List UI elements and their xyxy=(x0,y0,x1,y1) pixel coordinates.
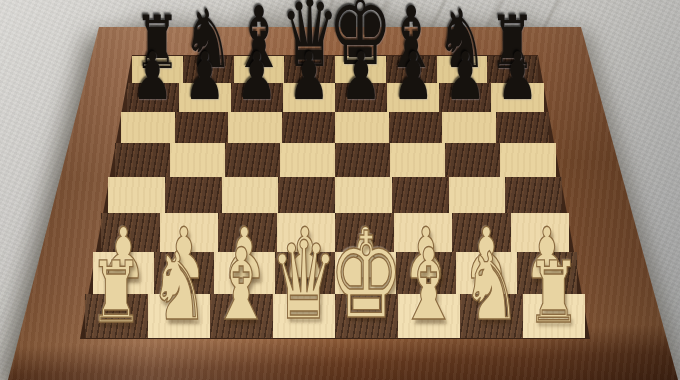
square-d7[interactable]: ♟ xyxy=(283,83,335,112)
rank-1: ♜♞♝♛♚♝♞♜ xyxy=(85,294,585,338)
piece-black-pawn[interactable]: ♟ xyxy=(392,43,434,109)
square-b6[interactable] xyxy=(175,112,229,143)
square-b1[interactable]: ♞ xyxy=(148,294,211,338)
square-c4[interactable] xyxy=(222,177,279,213)
piece-white-knight[interactable]: ♞ xyxy=(149,241,208,335)
square-e5[interactable] xyxy=(335,143,390,177)
square-b7[interactable]: ♟ xyxy=(179,83,231,112)
square-e7[interactable]: ♟ xyxy=(335,83,387,112)
piece-white-bishop[interactable]: ♝ xyxy=(210,236,273,335)
board-frame-wrap: ♜♞♝♛♚♝♞♜♟♟♟♟♟♟♟♟♟♟♟♟♟♟♟♟♜♞♝♛♚♝♞♜ xyxy=(0,0,680,380)
square-d5[interactable] xyxy=(280,143,335,177)
chess-board: ♜♞♝♛♚♝♞♜♟♟♟♟♟♟♟♟♟♟♟♟♟♟♟♟♜♞♝♛♚♝♞♜ xyxy=(82,56,588,338)
square-f5[interactable] xyxy=(390,143,445,177)
square-g5[interactable] xyxy=(445,143,500,177)
square-h6[interactable] xyxy=(496,112,550,143)
square-h7[interactable]: ♟ xyxy=(491,83,543,112)
piece-white-rook[interactable]: ♜ xyxy=(527,250,581,335)
square-a4[interactable] xyxy=(108,177,165,213)
piece-black-pawn[interactable]: ♟ xyxy=(340,43,382,109)
square-a5[interactable] xyxy=(115,143,170,177)
square-d6[interactable] xyxy=(282,112,336,143)
piece-black-pawn[interactable]: ♟ xyxy=(236,43,278,109)
square-a1[interactable]: ♜ xyxy=(85,294,148,338)
square-g1[interactable]: ♞ xyxy=(460,294,523,338)
square-b4[interactable] xyxy=(165,177,222,213)
square-d4[interactable] xyxy=(278,177,335,213)
piece-white-queen[interactable]: ♛ xyxy=(270,227,338,335)
piece-white-knight[interactable]: ♞ xyxy=(462,241,521,335)
square-a6[interactable] xyxy=(121,112,175,143)
square-b5[interactable] xyxy=(170,143,225,177)
square-f6[interactable] xyxy=(389,112,443,143)
chess-board-photo: ♜♞♝♛♚♝♞♜♟♟♟♟♟♟♟♟♟♟♟♟♟♟♟♟♜♞♝♛♚♝♞♜ xyxy=(0,0,680,380)
square-c7[interactable]: ♟ xyxy=(231,83,283,112)
square-e6[interactable] xyxy=(335,112,389,143)
square-c5[interactable] xyxy=(225,143,280,177)
piece-black-pawn[interactable]: ♟ xyxy=(288,43,330,109)
piece-white-king[interactable]: ♚ xyxy=(329,216,404,335)
piece-white-rook[interactable]: ♜ xyxy=(89,250,143,335)
square-h5[interactable] xyxy=(500,143,555,177)
square-g7[interactable]: ♟ xyxy=(439,83,491,112)
rank-5 xyxy=(115,143,556,177)
square-g6[interactable] xyxy=(442,112,496,143)
square-g4[interactable] xyxy=(449,177,506,213)
square-e1[interactable]: ♚ xyxy=(335,294,398,338)
piece-black-pawn[interactable]: ♟ xyxy=(497,43,539,109)
rank-6 xyxy=(121,112,549,143)
square-c1[interactable]: ♝ xyxy=(210,294,273,338)
piece-black-pawn[interactable]: ♟ xyxy=(445,43,487,109)
square-a7[interactable]: ♟ xyxy=(127,83,179,112)
piece-black-pawn[interactable]: ♟ xyxy=(184,43,226,109)
piece-white-bishop[interactable]: ♝ xyxy=(397,236,460,335)
square-f7[interactable]: ♟ xyxy=(387,83,439,112)
square-c6[interactable] xyxy=(228,112,282,143)
square-d1[interactable]: ♛ xyxy=(273,294,336,338)
square-f1[interactable]: ♝ xyxy=(398,294,461,338)
square-h1[interactable]: ♜ xyxy=(523,294,586,338)
square-h4[interactable] xyxy=(505,177,562,213)
piece-black-pawn[interactable]: ♟ xyxy=(132,43,174,109)
